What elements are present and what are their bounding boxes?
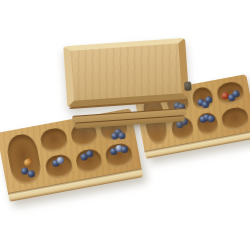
pit-bottom-1[interactable] — [44, 153, 73, 180]
stone-navy — [205, 96, 213, 104]
stone-navy — [232, 90, 240, 98]
pit-bottom-3[interactable] — [104, 142, 133, 169]
stone-navy_light — [57, 156, 65, 164]
store-left — [5, 132, 44, 187]
stone-navy — [118, 131, 126, 139]
stone-navy — [27, 170, 35, 178]
mancala-product-photo — [0, 0, 250, 250]
pit-top-5[interactable] — [191, 86, 215, 111]
stone-navy — [120, 145, 128, 153]
box-clasp — [184, 82, 192, 91]
stone-navy — [207, 114, 215, 122]
box-lid — [63, 38, 189, 107]
pit-top-1[interactable] — [39, 127, 68, 154]
stone-navy — [110, 132, 118, 140]
pit-bottom-2[interactable] — [74, 148, 103, 175]
pit-bottom-5[interactable] — [195, 111, 219, 136]
stone-navy — [86, 150, 94, 158]
folded-board-closed — [63, 38, 190, 129]
pit-top-6[interactable] — [216, 80, 246, 106]
pit-bottom-6[interactable] — [220, 106, 250, 132]
stone-amber — [23, 157, 34, 167]
